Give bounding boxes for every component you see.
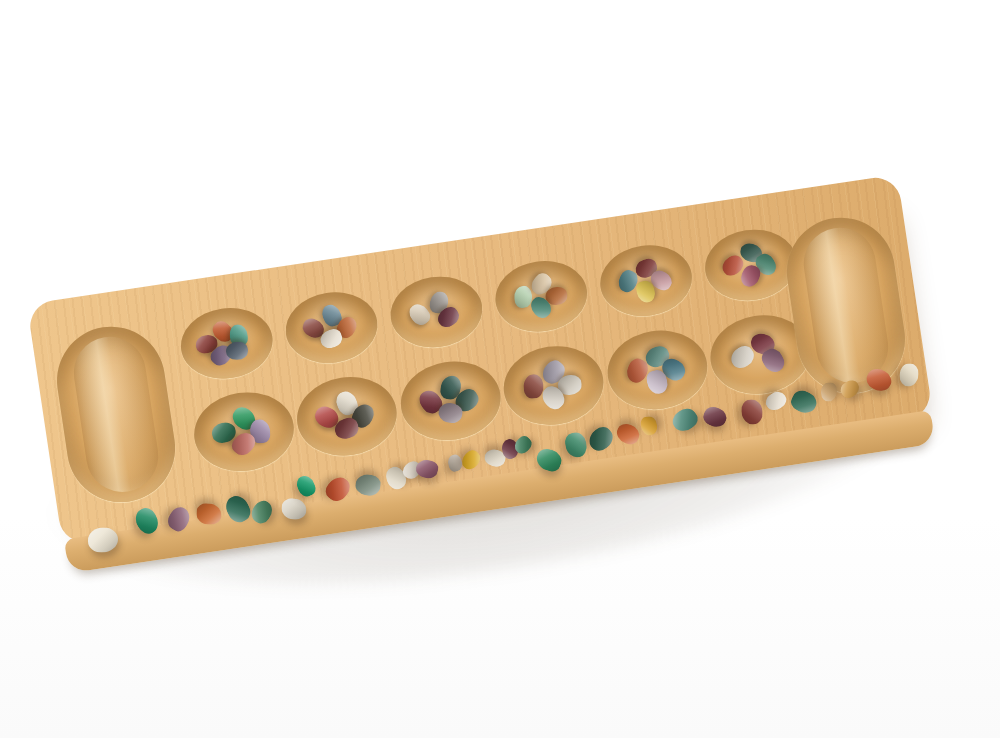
pit-top-4[interactable] (491, 255, 592, 338)
pit-bottom-3[interactable] (395, 355, 505, 447)
pit-top-2[interactable] (281, 286, 382, 369)
pit-top-1[interactable] (176, 302, 277, 385)
store-left[interactable] (50, 319, 183, 509)
pit-top-5[interactable] (595, 239, 696, 322)
store-highlight (69, 332, 163, 497)
pit-bottom-1[interactable] (189, 386, 299, 478)
pit-bottom-5[interactable] (602, 324, 712, 416)
pit-bottom-4[interactable] (499, 339, 609, 431)
pit-bottom-2[interactable] (292, 370, 402, 462)
photo-scene (0, 0, 1000, 738)
gem-stone (226, 342, 248, 360)
pit-top-3[interactable] (386, 270, 487, 353)
store-highlight (799, 223, 893, 388)
